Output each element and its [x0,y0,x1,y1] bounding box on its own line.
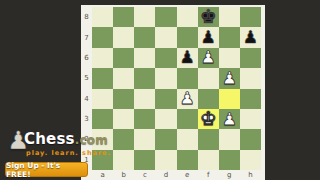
square-e6[interactable]: ♟ [177,48,198,68]
square-h2[interactable] [240,129,261,149]
square-a5[interactable] [92,68,113,88]
square-h8[interactable] [240,7,261,27]
rank-label-5: 5 [81,68,92,88]
square-d8[interactable] [155,7,176,27]
square-f2[interactable] [198,129,219,149]
square-d4[interactable] [155,89,176,109]
square-g2[interactable] [219,129,240,149]
square-a3[interactable] [92,109,113,129]
board-grid[interactable]: ♚♟♟♟♟♟♟♚♟ [92,7,261,170]
logo-text: Chess [24,130,75,148]
signup-button[interactable]: Sign Up - It's FREE! [5,162,88,177]
square-d2[interactable] [155,129,176,149]
square-g6[interactable] [219,48,240,68]
square-d5[interactable] [155,68,176,88]
square-a8[interactable] [92,7,113,27]
square-c4[interactable] [134,89,155,109]
square-d3[interactable] [155,109,176,129]
square-d1[interactable] [155,150,176,170]
square-g4[interactable] [219,89,240,109]
square-h6[interactable] [240,48,261,68]
square-e2[interactable] [177,129,198,149]
file-label-d: d [155,171,176,180]
file-label-b: b [113,171,134,180]
square-b6[interactable] [113,48,134,68]
square-b3[interactable] [113,109,134,129]
rank-label-4: 4 [81,89,92,109]
white-pawn[interactable]: ♟ [222,111,237,128]
file-labels: abcdefgh [92,171,261,180]
square-g7[interactable] [219,27,240,47]
square-f3[interactable]: ♚ [198,109,219,129]
square-h4[interactable] [240,89,261,109]
file-label-g: g [219,171,240,180]
square-b4[interactable] [113,89,134,109]
black-pawn[interactable]: ♟ [201,29,216,46]
square-e4[interactable]: ♟ [177,89,198,109]
square-h7[interactable]: ♟ [240,27,261,47]
square-c7[interactable] [134,27,155,47]
square-b1[interactable] [113,150,134,170]
square-a4[interactable] [92,89,113,109]
square-d6[interactable] [155,48,176,68]
rank-label-7: 7 [81,27,92,47]
square-a6[interactable] [92,48,113,68]
file-label-a: a [92,171,113,180]
square-f4[interactable] [198,89,219,109]
black-pawn[interactable]: ♟ [243,29,258,46]
file-label-f: f [198,171,219,180]
white-pawn[interactable]: ♟ [179,90,194,107]
square-e5[interactable] [177,68,198,88]
square-b8[interactable] [113,7,134,27]
square-e7[interactable] [177,27,198,47]
square-h5[interactable] [240,68,261,88]
chesscom-logo[interactable]: Chess.com [24,130,108,148]
square-f1[interactable] [198,150,219,170]
square-c3[interactable] [134,109,155,129]
square-f6[interactable]: ♟ [198,48,219,68]
rank-label-8: 8 [81,7,92,27]
square-g8[interactable] [219,7,240,27]
square-h1[interactable] [240,150,261,170]
black-king[interactable]: ♚ [200,7,217,26]
square-b7[interactable] [113,27,134,47]
square-d7[interactable] [155,27,176,47]
square-c1[interactable] [134,150,155,170]
square-g1[interactable] [219,150,240,170]
square-f5[interactable] [198,68,219,88]
square-f7[interactable]: ♟ [198,27,219,47]
file-label-h: h [240,171,261,180]
file-label-e: e [177,171,198,180]
square-e8[interactable] [177,7,198,27]
square-b2[interactable] [113,129,134,149]
square-c2[interactable] [134,129,155,149]
square-e3[interactable] [177,109,198,129]
rank-label-3: 3 [81,109,92,129]
white-king[interactable]: ♚ [200,109,217,128]
square-g5[interactable]: ♟ [219,68,240,88]
logo-tagline: play. learn. share. [26,149,111,157]
logo-suffix: .com [75,133,108,147]
square-a7[interactable] [92,27,113,47]
square-f8[interactable]: ♚ [198,7,219,27]
square-b5[interactable] [113,68,134,88]
white-pawn[interactable]: ♟ [201,49,216,66]
rank-label-6: 6 [81,48,92,68]
white-pawn[interactable]: ♟ [222,70,237,87]
square-g3[interactable]: ♟ [219,109,240,129]
square-e1[interactable] [177,150,198,170]
square-c5[interactable] [134,68,155,88]
square-h3[interactable] [240,109,261,129]
file-label-c: c [134,171,155,180]
square-c6[interactable] [134,48,155,68]
square-c8[interactable] [134,7,155,27]
black-pawn[interactable]: ♟ [179,49,194,66]
